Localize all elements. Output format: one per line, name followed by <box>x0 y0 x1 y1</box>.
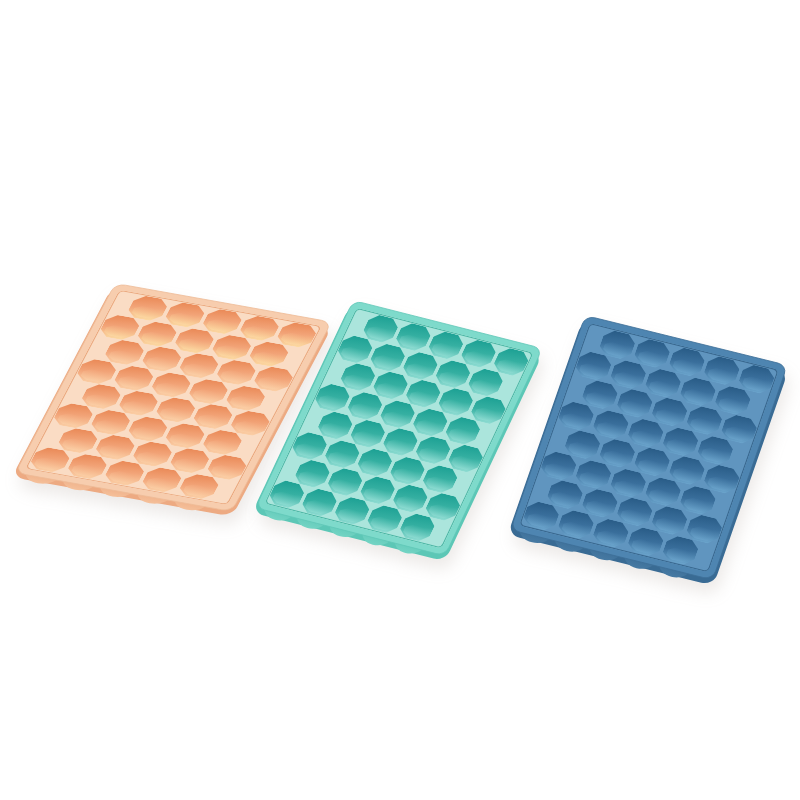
ice-cavity <box>445 443 486 475</box>
ice-cavity <box>162 301 208 329</box>
ice-cavity <box>223 384 269 412</box>
ice-cavity <box>608 358 649 391</box>
ice-cavity <box>27 446 73 474</box>
ice-cavity <box>199 308 245 336</box>
cavity-bump <box>517 525 552 546</box>
ice-cavity <box>660 425 701 458</box>
ice-cavity <box>360 313 401 345</box>
ice-cavity <box>78 383 124 411</box>
ice-cavity <box>92 433 138 461</box>
cavity-bump <box>656 559 691 580</box>
ice-tray-blue <box>510 315 788 580</box>
ice-cavity <box>172 327 218 355</box>
cavity-bump <box>171 495 210 513</box>
ice-cavity <box>597 328 638 361</box>
ice-cavity <box>684 513 725 546</box>
ice-cavity <box>713 384 754 417</box>
ice-cavity <box>591 408 632 441</box>
ice-cavity <box>425 330 466 362</box>
ice-cavity <box>153 396 199 424</box>
ice-cavity <box>538 450 579 483</box>
ice-cavity <box>370 370 411 402</box>
ice-cavity <box>55 427 101 455</box>
ice-cavity <box>274 321 320 349</box>
ice-cavity <box>632 446 673 479</box>
ice-cavity <box>357 474 398 506</box>
cavity-bump <box>293 511 328 532</box>
ice-cavity <box>545 478 586 511</box>
ice-cavity <box>237 314 283 342</box>
ice-cavity <box>289 430 330 462</box>
ice-cavity <box>266 478 307 510</box>
ice-cavity <box>491 346 532 378</box>
ice-cavity <box>608 467 649 500</box>
ice-cavity <box>632 337 673 370</box>
ice-cavity <box>412 434 453 466</box>
ice-cavity <box>125 415 171 443</box>
cavity-bump <box>587 542 622 563</box>
ice-cavity <box>204 453 250 481</box>
ice-cavity <box>97 313 143 341</box>
cavity-bump <box>621 551 656 572</box>
ice-cavity <box>684 404 725 437</box>
cavity-bump <box>552 533 587 554</box>
ice-cavity <box>397 512 438 544</box>
ice-cavity <box>162 422 208 450</box>
ice-cavity <box>246 340 292 368</box>
ice-cavity <box>614 387 655 420</box>
tray-side-wall <box>12 288 332 517</box>
cavity-bump <box>133 488 172 506</box>
ice-cavity <box>625 417 666 450</box>
tray-field <box>25 290 322 505</box>
ice-cavity <box>130 440 176 468</box>
ice-cavity <box>410 407 451 439</box>
ice-cavity <box>435 386 476 418</box>
ice-cavity <box>251 365 297 393</box>
ice-cavity <box>51 402 97 430</box>
ice-cavity <box>702 463 743 496</box>
ice-cavity <box>660 534 701 567</box>
ice-cavity <box>521 500 562 533</box>
ice-cavity <box>736 363 777 396</box>
ice-cavity <box>367 342 408 374</box>
ice-cavity <box>209 333 255 361</box>
ice-cavity <box>213 358 259 386</box>
ice-cavity <box>465 367 506 399</box>
ice-cavity <box>347 418 388 450</box>
ice-cavity <box>458 338 499 370</box>
ice-cavity <box>591 517 632 550</box>
ice-cavity <box>176 472 222 500</box>
ice-cavity <box>580 487 621 520</box>
cavity-bump <box>22 468 61 486</box>
tray-field <box>264 308 534 549</box>
cavity-bump <box>359 528 394 549</box>
ice-cavity <box>400 350 441 382</box>
ice-cavity <box>148 371 194 399</box>
ice-cavity <box>422 491 463 523</box>
ice-cavity <box>695 434 736 467</box>
ice-cavity <box>649 396 690 429</box>
ice-cavity <box>702 354 743 387</box>
ice-cavity <box>597 437 638 470</box>
ice-cavity <box>227 409 273 437</box>
ice-cavity <box>643 367 684 400</box>
ice-cavity <box>299 487 340 519</box>
ice-cavity <box>134 320 180 348</box>
ice-cavity <box>380 426 421 458</box>
ice-cavity <box>678 375 719 408</box>
ice-cavity <box>667 346 708 379</box>
ice-cavity <box>322 438 363 470</box>
ice-cavity <box>332 495 373 527</box>
tray-rim <box>255 300 543 556</box>
ice-cavity <box>186 378 232 406</box>
ice-tray-wrapper-orange <box>0 0 800 800</box>
cavity-bump <box>391 536 426 557</box>
ice-cavity <box>364 503 405 535</box>
ice-cavity <box>719 413 760 446</box>
ice-cavity <box>88 408 134 436</box>
ice-cavity <box>324 466 365 498</box>
ice-tray-orange <box>15 283 332 512</box>
tray-rim <box>510 315 788 580</box>
ice-cavity <box>200 428 246 456</box>
ice-cavity <box>403 378 444 410</box>
ice-cavity <box>102 459 148 487</box>
ice-tray-wrapper-blue <box>0 0 800 800</box>
ice-cavity <box>377 398 418 430</box>
ice-cavity <box>312 382 353 414</box>
ice-cavity <box>344 390 385 422</box>
ice-cavity <box>649 504 690 537</box>
ice-cavity <box>139 466 185 494</box>
ice-cavity <box>190 403 236 431</box>
ice-cavity <box>442 415 483 447</box>
ice-cavity <box>354 447 395 479</box>
ice-cavity <box>678 484 719 517</box>
ice-cavity <box>390 483 431 515</box>
cavity-bump <box>326 519 361 540</box>
ice-cavity <box>614 496 655 529</box>
cavity-bump <box>96 481 135 499</box>
ice-cavity <box>556 400 597 433</box>
ice-cavity <box>420 463 461 495</box>
ice-cavity <box>167 447 213 475</box>
ice-cavity <box>116 389 162 417</box>
ice-cavity <box>667 454 708 487</box>
ice-cavity <box>573 350 614 383</box>
tray-field <box>519 323 779 572</box>
ice-cavity <box>432 358 473 390</box>
ice-tray-teal <box>255 300 543 556</box>
tray-side-wall <box>252 305 542 561</box>
ice-cavity <box>139 345 185 373</box>
tray-side-wall <box>508 320 789 585</box>
product-photo-scene <box>0 0 800 800</box>
ice-tray-wrapper-teal <box>0 0 800 800</box>
ice-cavity <box>556 508 597 541</box>
ice-cavity <box>111 364 157 392</box>
ice-cavity <box>292 458 333 490</box>
ice-cavity <box>335 334 376 366</box>
ice-cavity <box>625 525 666 558</box>
tray-rim <box>15 283 332 512</box>
ice-cavity <box>74 358 120 386</box>
cavity-bump <box>261 503 296 524</box>
ice-cavity <box>102 338 148 366</box>
ice-cavity <box>176 352 222 380</box>
ice-cavity <box>315 410 356 442</box>
ice-cavity <box>393 321 434 353</box>
ice-cavity <box>643 475 684 508</box>
ice-cavity <box>65 452 111 480</box>
ice-cavity <box>580 378 621 411</box>
ice-cavity <box>468 394 509 426</box>
ice-cavity <box>337 361 378 393</box>
ice-cavity <box>125 294 171 322</box>
cavity-bump <box>59 475 98 493</box>
ice-cavity <box>562 428 603 461</box>
ice-cavity <box>573 458 614 491</box>
ice-cavity <box>387 455 428 487</box>
